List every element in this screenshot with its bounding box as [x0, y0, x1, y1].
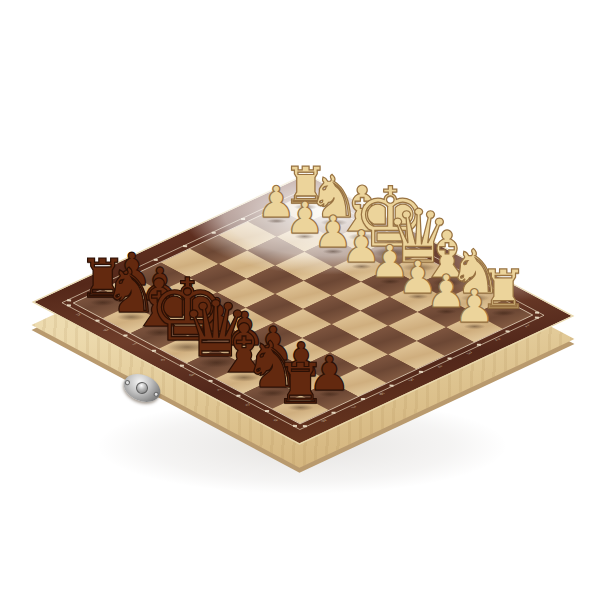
frame-rank-label: 6	[377, 392, 385, 396]
frame-rank-label: 1	[522, 324, 530, 328]
frame-diamond-icon	[293, 425, 297, 427]
frame-rank-label: 4	[435, 365, 443, 369]
frame-rank-label: 8	[319, 419, 327, 423]
frame-diamond-icon	[303, 425, 307, 427]
chess-set-photo: h1g2f3e4d5c6b7a8 ♜♟♞♟♝♟♚♟♛♟♝♟♟♞♜♟♟♜♞♟♟♝♟…	[0, 0, 600, 600]
frame-diamond-icon	[390, 384, 394, 386]
frame-file-label: h	[74, 313, 82, 317]
frame-file-label: g	[102, 328, 110, 332]
frame-rank-label: 3	[464, 351, 472, 355]
frame-diamond-icon	[477, 344, 481, 346]
frame-diamond-icon	[448, 357, 452, 359]
frame-diamond-icon	[361, 398, 365, 400]
frame-rank-label: 7	[348, 406, 356, 410]
frame-diamond-icon	[506, 330, 510, 332]
black-rook-a8: ♜	[267, 356, 334, 412]
white-pawn-a2: ♟	[447, 284, 502, 330]
frame-rank-label: 2	[493, 338, 501, 342]
frame-diamond-icon	[419, 371, 423, 373]
frame-file-label: c	[215, 388, 223, 392]
frame-file-label: a	[272, 418, 280, 422]
frame-rank-label: 5	[406, 378, 414, 382]
frame-file-label: b	[243, 403, 251, 407]
